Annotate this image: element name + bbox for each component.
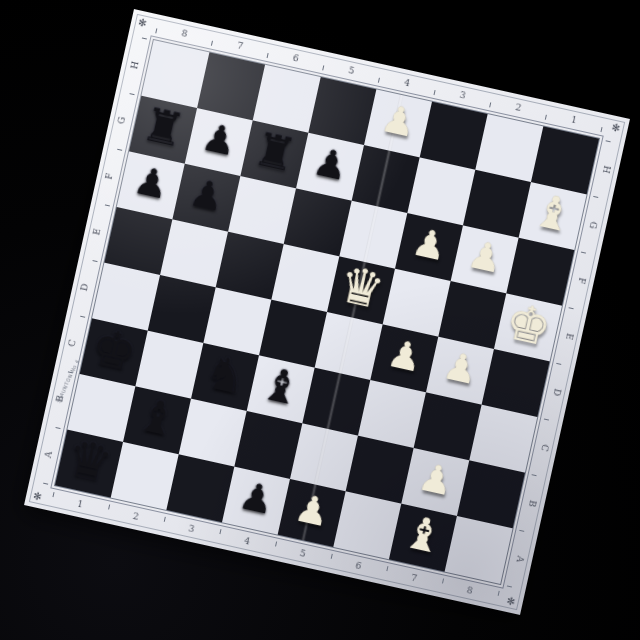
edge-tick bbox=[606, 140, 611, 142]
square-h1 bbox=[445, 516, 513, 584]
corner-flower-icon: ✻ bbox=[506, 596, 516, 608]
edge-tick bbox=[55, 427, 60, 429]
edge-tick bbox=[68, 371, 73, 373]
edge-tick bbox=[600, 127, 602, 132]
edge-tick bbox=[117, 149, 122, 151]
edge-tick bbox=[331, 554, 333, 559]
edge-tick bbox=[532, 474, 537, 476]
edge-tick bbox=[105, 204, 110, 206]
corner-flower-icon: ✻ bbox=[32, 491, 42, 503]
edge-tick bbox=[544, 419, 549, 421]
edge-tick bbox=[219, 529, 221, 534]
edge-tick bbox=[108, 504, 110, 509]
edge-tick bbox=[211, 41, 213, 46]
edge-tick bbox=[155, 28, 157, 33]
edge-tick bbox=[164, 517, 166, 522]
board-grid bbox=[55, 40, 599, 584]
edge-tick bbox=[593, 196, 598, 198]
edge-tick bbox=[142, 37, 147, 39]
edge-tick bbox=[92, 260, 97, 262]
edge-tick bbox=[519, 530, 524, 532]
edge-tick bbox=[80, 316, 85, 318]
corner-flower-icon: ✻ bbox=[611, 122, 621, 134]
chess-board: STAUNTON No 4 ♟♜♟♜♟♝♟♟♟♟♛♚♟♟♚♞♝♝♟♛♟♟♝81H… bbox=[24, 9, 630, 615]
corner-flower-icon: ✻ bbox=[137, 17, 147, 29]
edge-tick bbox=[378, 78, 380, 83]
edge-tick bbox=[52, 492, 54, 497]
edge-tick bbox=[545, 115, 547, 120]
edge-tick bbox=[507, 585, 512, 587]
edge-tick bbox=[43, 483, 48, 485]
edge-tick bbox=[275, 541, 277, 546]
edge-tick bbox=[498, 591, 500, 596]
edge-tick bbox=[129, 93, 134, 95]
photo-canvas: STAUNTON No 4 ♟♜♟♜♟♝♟♟♟♟♛♚♟♟♚♞♝♝♟♛♟♟♝81H… bbox=[0, 0, 640, 640]
edge-tick bbox=[322, 65, 324, 70]
edge-tick bbox=[386, 566, 388, 571]
edge-tick bbox=[581, 252, 586, 254]
edge-tick bbox=[569, 307, 574, 309]
edge-tick bbox=[267, 53, 269, 58]
edge-tick bbox=[442, 578, 444, 583]
edge-tick bbox=[434, 90, 436, 95]
edge-tick bbox=[489, 102, 491, 107]
edge-tick bbox=[556, 363, 561, 365]
